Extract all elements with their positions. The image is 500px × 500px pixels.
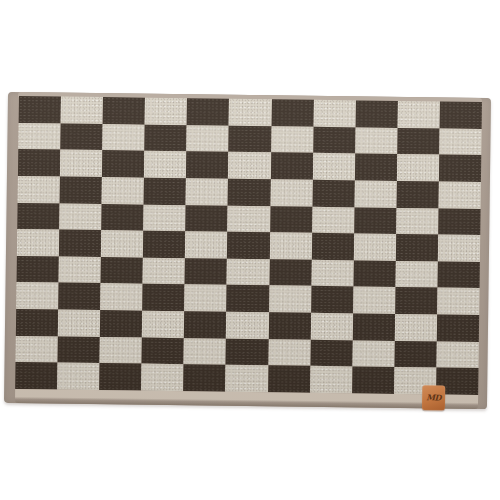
board-cell-r3c10 xyxy=(438,181,480,208)
board-cell-r7c2 xyxy=(100,284,142,311)
board-cell-r10c5 xyxy=(226,365,268,392)
board-cell-r10c4 xyxy=(184,365,226,392)
board-cell-r0c9 xyxy=(397,101,439,128)
board-cell-r4c5 xyxy=(228,205,270,232)
board-cell-r9c0 xyxy=(16,336,58,363)
board-cell-r8c9 xyxy=(395,314,437,341)
board-cell-r10c0 xyxy=(15,362,57,389)
board-cell-r7c3 xyxy=(142,284,184,311)
board-cell-r5c3 xyxy=(143,231,185,258)
board-cell-r3c2 xyxy=(102,177,144,204)
board-cell-r3c3 xyxy=(144,178,186,205)
board-cell-r1c0 xyxy=(18,123,60,150)
board-cell-r10c1 xyxy=(57,363,99,390)
board-cell-r2c7 xyxy=(313,153,355,180)
board-cell-r3c7 xyxy=(312,180,354,207)
board-cell-r6c6 xyxy=(269,259,311,286)
board-cell-r8c5 xyxy=(226,312,268,339)
board-cell-r5c8 xyxy=(354,234,396,261)
product-photo: MD xyxy=(0,0,500,500)
board-cell-r2c0 xyxy=(18,149,60,176)
board-cell-r2c1 xyxy=(60,150,102,177)
board-cell-r9c2 xyxy=(100,337,142,364)
board-cell-r1c4 xyxy=(187,125,229,152)
board-cell-r0c8 xyxy=(355,100,397,127)
board-cell-r0c5 xyxy=(229,99,271,126)
board-cell-r1c7 xyxy=(313,126,355,153)
board-cell-r9c7 xyxy=(310,340,352,367)
board-cell-r2c3 xyxy=(144,151,186,178)
board-cell-r4c4 xyxy=(186,205,228,232)
board-cell-r3c6 xyxy=(270,179,312,206)
board-cell-r10c6 xyxy=(268,366,310,393)
board-cell-r2c8 xyxy=(355,154,397,181)
board-cell-r4c9 xyxy=(396,207,438,234)
board-cell-r3c9 xyxy=(396,181,438,208)
board-cell-r5c0 xyxy=(17,229,59,256)
board-cell-r8c8 xyxy=(353,313,395,340)
board-cell-r4c2 xyxy=(101,204,143,231)
board-cell-r9c9 xyxy=(394,341,436,368)
board-cell-r5c9 xyxy=(396,234,438,261)
checkerboard xyxy=(15,96,482,395)
board-cell-r8c0 xyxy=(16,309,58,336)
brand-tag: MD xyxy=(422,385,445,410)
board-cell-r0c3 xyxy=(145,98,187,125)
brand-monogram: MD xyxy=(426,392,441,402)
board-cell-r1c10 xyxy=(439,128,481,155)
board-cell-r0c10 xyxy=(440,102,482,129)
board-cell-r5c6 xyxy=(269,232,311,259)
board-cell-r8c1 xyxy=(58,310,100,337)
board-cell-r9c5 xyxy=(226,338,268,365)
board-cell-r4c8 xyxy=(354,207,396,234)
board-cell-r5c1 xyxy=(59,230,101,257)
board-cell-r10c3 xyxy=(141,364,183,391)
board-cell-r4c7 xyxy=(312,206,354,233)
board-cell-r7c10 xyxy=(437,288,479,315)
board-cell-r10c8 xyxy=(352,367,394,394)
board-cell-r4c6 xyxy=(270,206,312,233)
board-cell-r4c1 xyxy=(59,203,101,230)
board-cell-r6c4 xyxy=(185,258,227,285)
board-cell-r5c4 xyxy=(185,231,227,258)
board-cell-r1c6 xyxy=(271,126,313,153)
board-cell-r8c3 xyxy=(142,311,184,338)
board-cell-r6c5 xyxy=(227,259,269,286)
board-cell-r7c8 xyxy=(353,287,395,314)
board-cell-r5c10 xyxy=(438,235,480,262)
board-cell-r5c2 xyxy=(101,230,143,257)
board-cell-r7c7 xyxy=(311,286,353,313)
board-cell-r9c6 xyxy=(268,339,310,366)
board-cell-r8c6 xyxy=(268,312,310,339)
board-cell-r0c1 xyxy=(61,97,103,124)
board-cell-r2c10 xyxy=(439,155,481,182)
board-cell-r9c8 xyxy=(352,340,394,367)
board-cell-r1c8 xyxy=(355,127,397,154)
board-cell-r6c1 xyxy=(59,256,101,283)
board-cell-r1c9 xyxy=(397,128,439,155)
board-cell-r9c10 xyxy=(436,341,478,368)
board-cell-r1c2 xyxy=(102,124,144,151)
board-cell-r6c3 xyxy=(143,257,185,284)
board-cell-r4c0 xyxy=(17,203,59,230)
board-cell-r6c7 xyxy=(311,260,353,287)
board-cell-r1c1 xyxy=(60,123,102,150)
board-cell-r0c2 xyxy=(103,97,145,124)
board-cell-r7c4 xyxy=(185,285,227,312)
board-cell-r2c4 xyxy=(186,151,228,178)
board-cell-r7c6 xyxy=(269,286,311,313)
board-cell-r5c7 xyxy=(312,233,354,260)
board-cell-r6c8 xyxy=(353,260,395,287)
board-cell-r6c0 xyxy=(17,256,59,283)
board-cell-r8c4 xyxy=(184,311,226,338)
board-cell-r0c4 xyxy=(187,98,229,125)
board-cell-r7c1 xyxy=(58,283,100,310)
board-cell-r1c3 xyxy=(145,124,187,151)
checkered-bath-mat: MD xyxy=(4,92,491,409)
board-cell-r0c0 xyxy=(19,96,61,123)
board-cell-r2c9 xyxy=(397,154,439,181)
board-cell-r0c7 xyxy=(313,100,355,127)
board-cell-r8c2 xyxy=(100,310,142,337)
board-cell-r10c2 xyxy=(99,363,141,390)
board-cell-r6c9 xyxy=(395,261,437,288)
board-cell-r3c8 xyxy=(354,180,396,207)
board-cell-r6c10 xyxy=(437,261,479,288)
board-cell-r2c6 xyxy=(270,153,312,180)
board-cell-r9c1 xyxy=(58,336,100,363)
board-cell-r4c10 xyxy=(438,208,480,235)
board-cell-r3c1 xyxy=(60,176,102,203)
board-cell-r9c3 xyxy=(142,337,184,364)
board-cell-r9c4 xyxy=(184,338,226,365)
board-cell-r7c5 xyxy=(227,285,269,312)
board-cell-r8c10 xyxy=(437,315,479,342)
board-cell-r1c5 xyxy=(229,125,271,152)
board-cell-r0c6 xyxy=(271,99,313,126)
board-cell-r2c2 xyxy=(102,150,144,177)
board-cell-r10c7 xyxy=(310,366,352,393)
board-cell-r3c5 xyxy=(228,179,270,206)
board-cell-r8c7 xyxy=(310,313,352,340)
board-cell-r2c5 xyxy=(228,152,270,179)
board-cell-r3c0 xyxy=(18,176,60,203)
board-cell-r4c3 xyxy=(144,204,186,231)
board-cell-r7c0 xyxy=(16,282,58,309)
board-cell-r3c4 xyxy=(186,178,228,205)
board-cell-r5c5 xyxy=(227,232,269,259)
board-cell-r7c9 xyxy=(395,287,437,314)
board-cell-r6c2 xyxy=(101,257,143,284)
